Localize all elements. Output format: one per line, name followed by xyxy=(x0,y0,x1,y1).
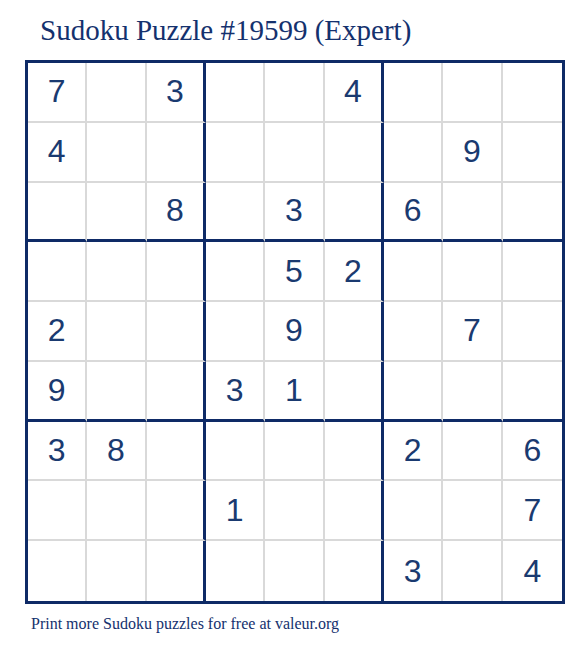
footer-link: Print more Sudoku puzzles for free at va… xyxy=(31,615,339,633)
cell-r5c9 xyxy=(503,302,562,362)
cell-r1c2 xyxy=(87,63,146,123)
cell-r2c7 xyxy=(384,123,443,183)
cell-r2c2 xyxy=(87,123,146,183)
cell-r5c3 xyxy=(147,302,206,362)
cell-r7c4 xyxy=(206,422,265,482)
cell-r1c8 xyxy=(443,63,502,123)
cell-r2c8: 9 xyxy=(443,123,502,183)
cell-r2c5 xyxy=(265,123,324,183)
cell-r5c2 xyxy=(87,302,146,362)
cell-r8c2 xyxy=(87,481,146,541)
cell-r8c1 xyxy=(28,481,87,541)
cell-r6c1: 9 xyxy=(28,362,87,422)
cell-r3c5: 3 xyxy=(265,183,324,243)
sudoku-grid: 734498365229793138261734 xyxy=(25,60,565,604)
cell-r7c6 xyxy=(325,422,384,482)
cell-r4c8 xyxy=(443,242,502,302)
cell-r4c7 xyxy=(384,242,443,302)
cell-r3c2 xyxy=(87,183,146,243)
cell-r5c1: 2 xyxy=(28,302,87,362)
cell-r6c9 xyxy=(503,362,562,422)
cell-r9c4 xyxy=(206,541,265,601)
cell-r1c3: 3 xyxy=(147,63,206,123)
cell-r4c3 xyxy=(147,242,206,302)
cell-r3c4 xyxy=(206,183,265,243)
cell-r9c7: 3 xyxy=(384,541,443,601)
cell-r2c3 xyxy=(147,123,206,183)
cell-r3c3: 8 xyxy=(147,183,206,243)
cell-r2c6 xyxy=(325,123,384,183)
cell-r6c4: 3 xyxy=(206,362,265,422)
cell-r6c6 xyxy=(325,362,384,422)
cell-r5c4 xyxy=(206,302,265,362)
cell-r4c1 xyxy=(28,242,87,302)
cell-r7c5 xyxy=(265,422,324,482)
cell-r8c6 xyxy=(325,481,384,541)
cell-r8c9: 7 xyxy=(503,481,562,541)
cell-r7c1: 3 xyxy=(28,422,87,482)
cell-r7c9: 6 xyxy=(503,422,562,482)
cell-r3c7: 6 xyxy=(384,183,443,243)
cell-r6c3 xyxy=(147,362,206,422)
cell-r9c9: 4 xyxy=(503,541,562,601)
cell-r7c2: 8 xyxy=(87,422,146,482)
cell-r3c8 xyxy=(443,183,502,243)
cell-r6c8 xyxy=(443,362,502,422)
cell-r5c5: 9 xyxy=(265,302,324,362)
cell-r5c8: 7 xyxy=(443,302,502,362)
cell-r9c5 xyxy=(265,541,324,601)
cell-r4c6: 2 xyxy=(325,242,384,302)
cell-r4c2 xyxy=(87,242,146,302)
cell-r4c9 xyxy=(503,242,562,302)
cell-r1c5 xyxy=(265,63,324,123)
page-title: Sudoku Puzzle #19599 (Expert) xyxy=(40,14,411,47)
cell-r9c6 xyxy=(325,541,384,601)
cell-r8c3 xyxy=(147,481,206,541)
cell-r9c1 xyxy=(28,541,87,601)
cell-r7c7: 2 xyxy=(384,422,443,482)
cell-r1c4 xyxy=(206,63,265,123)
cell-r4c5: 5 xyxy=(265,242,324,302)
cell-r1c1: 7 xyxy=(28,63,87,123)
cell-r6c2 xyxy=(87,362,146,422)
cell-r2c4 xyxy=(206,123,265,183)
cell-r6c7 xyxy=(384,362,443,422)
cell-r3c1 xyxy=(28,183,87,243)
cell-r7c8 xyxy=(443,422,502,482)
cell-r3c9 xyxy=(503,183,562,243)
cell-r1c6: 4 xyxy=(325,63,384,123)
cell-r4c4 xyxy=(206,242,265,302)
cell-r2c1: 4 xyxy=(28,123,87,183)
cell-r2c9 xyxy=(503,123,562,183)
cell-r6c5: 1 xyxy=(265,362,324,422)
cell-r8c7 xyxy=(384,481,443,541)
cell-r8c4: 1 xyxy=(206,481,265,541)
cell-r5c6 xyxy=(325,302,384,362)
cell-r9c3 xyxy=(147,541,206,601)
cell-r1c9 xyxy=(503,63,562,123)
cell-r5c7 xyxy=(384,302,443,362)
cell-r9c8 xyxy=(443,541,502,601)
cell-r3c6 xyxy=(325,183,384,243)
cell-r1c7 xyxy=(384,63,443,123)
cell-r8c5 xyxy=(265,481,324,541)
cell-r8c8 xyxy=(443,481,502,541)
cell-r7c3 xyxy=(147,422,206,482)
cell-r9c2 xyxy=(87,541,146,601)
